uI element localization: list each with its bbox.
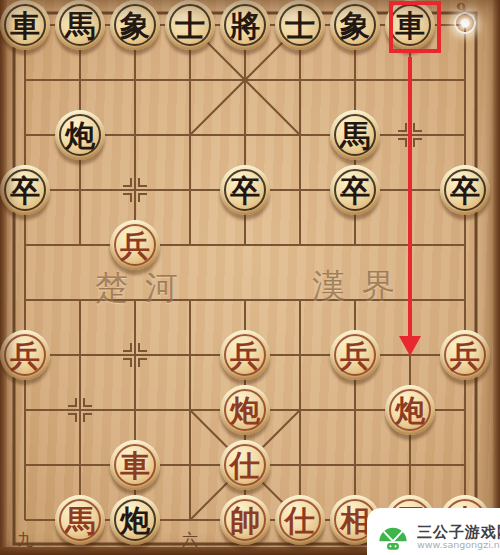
piece-glyph: 炮 <box>65 118 95 153</box>
piece-black-卒[interactable]: 卒 <box>440 165 490 215</box>
piece-red-兵[interactable]: 兵 <box>440 330 490 380</box>
piece-black-卒[interactable]: 卒 <box>0 165 50 215</box>
watermark-logo-icon <box>376 519 410 555</box>
piece-red-兵[interactable]: 兵 <box>330 330 380 380</box>
piece-glyph: 炮 <box>120 503 150 538</box>
piece-red-兵[interactable]: 兵 <box>110 220 160 270</box>
watermark-site-url: www.sangongzi.net <box>417 540 500 550</box>
piece-glyph: 仕 <box>285 503 315 538</box>
piece-red-兵[interactable]: 兵 <box>220 330 270 380</box>
piece-glyph: 卒 <box>10 173 40 208</box>
last-move-origin-marker <box>454 12 476 34</box>
river-label-right: 漢界 <box>312 264 412 309</box>
file-label-九: 九 <box>17 530 33 551</box>
piece-glyph: 兵 <box>10 338 40 373</box>
river-label-left: 楚河 <box>95 266 195 311</box>
piece-glyph: 卒 <box>340 173 370 208</box>
piece-red-炮[interactable]: 炮 <box>220 385 270 435</box>
file-label-六: 六 <box>182 530 198 551</box>
watermark: 三公子游戏网 www.sangongzi.net <box>367 508 500 555</box>
piece-black-馬[interactable]: 馬 <box>330 110 380 160</box>
piece-black-炮[interactable]: 炮 <box>110 495 160 545</box>
piece-glyph: 士 <box>285 8 315 43</box>
piece-glyph: 士 <box>175 8 205 43</box>
piece-red-馬[interactable]: 馬 <box>55 495 105 545</box>
piece-glyph: 炮 <box>230 393 260 428</box>
piece-red-仕[interactable]: 仕 <box>220 440 270 490</box>
watermark-site-name: 三公子游戏网 <box>417 524 500 541</box>
piece-red-帥[interactable]: 帥 <box>220 495 270 545</box>
piece-black-將[interactable]: 將 <box>220 0 270 50</box>
piece-black-象[interactable]: 象 <box>110 0 160 50</box>
piece-glyph: 象 <box>120 8 150 43</box>
piece-glyph: 將 <box>230 8 260 43</box>
piece-red-炮[interactable]: 炮 <box>385 385 435 435</box>
board-frame-right <box>493 0 500 555</box>
piece-glyph: 相 <box>340 503 370 538</box>
piece-glyph: 仕 <box>230 448 260 483</box>
board-frame-left <box>0 0 7 555</box>
highlight-box <box>389 1 441 53</box>
piece-black-卒[interactable]: 卒 <box>330 165 380 215</box>
piece-glyph: 象 <box>340 8 370 43</box>
piece-glyph: 馬 <box>340 118 370 153</box>
piece-black-士[interactable]: 士 <box>275 0 325 50</box>
move-arrow-head <box>399 336 421 356</box>
piece-red-仕[interactable]: 仕 <box>275 495 325 545</box>
piece-glyph: 炮 <box>395 393 425 428</box>
piece-glyph: 兵 <box>120 228 150 263</box>
piece-glyph: 帥 <box>230 503 260 538</box>
piece-red-車[interactable]: 車 <box>110 440 160 490</box>
piece-black-車[interactable]: 車 <box>0 0 50 50</box>
piece-black-卒[interactable]: 卒 <box>220 165 270 215</box>
xiangqi-board[interactable]: 楚河 漢界 9 九六 車馬象士將士象車炮馬卒卒卒卒兵兵兵兵兵炮炮車仕馬炮帥仕相馬… <box>0 0 500 555</box>
piece-glyph: 卒 <box>450 173 480 208</box>
piece-black-炮[interactable]: 炮 <box>55 110 105 160</box>
piece-glyph: 兵 <box>340 338 370 373</box>
piece-glyph: 馬 <box>65 503 95 538</box>
piece-black-馬[interactable]: 馬 <box>55 0 105 50</box>
piece-black-士[interactable]: 士 <box>165 0 215 50</box>
piece-glyph: 卒 <box>230 173 260 208</box>
piece-glyph: 兵 <box>450 338 480 373</box>
piece-glyph: 兵 <box>230 338 260 373</box>
piece-red-兵[interactable]: 兵 <box>0 330 50 380</box>
move-arrow-line <box>408 57 412 337</box>
piece-black-象[interactable]: 象 <box>330 0 380 50</box>
piece-glyph: 車 <box>10 8 40 43</box>
piece-glyph: 馬 <box>65 8 95 43</box>
piece-glyph: 車 <box>120 448 150 483</box>
